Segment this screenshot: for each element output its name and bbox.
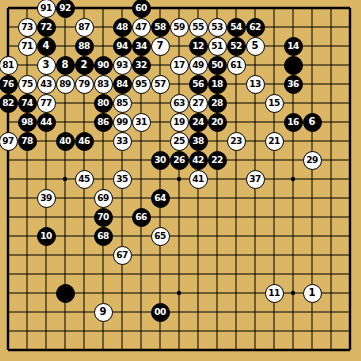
- stone-black-24[interactable]: 24: [189, 113, 208, 132]
- stone-black-20[interactable]: 20: [208, 113, 227, 132]
- stone-black-12[interactable]: 12: [189, 37, 208, 56]
- stone-white-97[interactable]: 97: [0, 132, 18, 151]
- move-number: 85: [116, 99, 128, 108]
- stone-white-67[interactable]: 67: [113, 246, 132, 265]
- stone-white-75[interactable]: 75: [18, 75, 37, 94]
- move-number: 39: [40, 194, 52, 203]
- stone-white-55[interactable]: 55: [189, 18, 208, 37]
- stone-black-80[interactable]: 80: [94, 94, 113, 113]
- stone-black-8[interactable]: 8: [56, 56, 75, 75]
- move-number: 77: [40, 99, 52, 108]
- stone-white-19[interactable]: 19: [170, 113, 189, 132]
- stone-black-22[interactable]: 22: [208, 151, 227, 170]
- stone-white-63[interactable]: 63: [170, 94, 189, 113]
- move-number: 74: [21, 99, 33, 108]
- move-number: 23: [230, 137, 242, 146]
- stone-black-28[interactable]: 28: [208, 94, 227, 113]
- move-number: 24: [192, 118, 204, 127]
- stone-black-86[interactable]: 86: [94, 113, 113, 132]
- stone-white-11[interactable]: 11: [265, 284, 284, 303]
- stone-black-78[interactable]: 78: [18, 132, 37, 151]
- move-number: 36: [287, 80, 299, 89]
- stone-white-99[interactable]: 99: [113, 113, 132, 132]
- move-number: 95: [135, 80, 147, 89]
- move-number: 8: [62, 60, 69, 70]
- stone-white-41[interactable]: 41: [189, 170, 208, 189]
- move-number: 32: [135, 61, 147, 70]
- stone-white-51[interactable]: 51: [208, 37, 227, 56]
- move-number: 43: [40, 80, 52, 89]
- move-number: 60: [135, 4, 147, 13]
- move-number: 34: [135, 42, 147, 51]
- stone-black-30[interactable]: 30: [151, 151, 170, 170]
- move-number: 90: [97, 61, 109, 70]
- move-number: 93: [116, 61, 128, 70]
- move-number: 12: [192, 42, 204, 51]
- stone-black-98[interactable]: 98: [18, 113, 37, 132]
- move-number: 15: [268, 99, 280, 108]
- stone-black-50[interactable]: 50: [208, 56, 227, 75]
- move-number: 22: [211, 156, 223, 165]
- move-number: 10: [40, 232, 52, 241]
- stone-white-69[interactable]: 69: [94, 189, 113, 208]
- move-number: 68: [97, 232, 109, 241]
- move-number: 69: [97, 194, 109, 203]
- go-board[interactable]: 9192607372874847585955535462714889434712…: [0, 0, 361, 361]
- stone-white-95[interactable]: 95: [132, 75, 151, 94]
- stone-white-49[interactable]: 49: [189, 56, 208, 75]
- move-number: 37: [249, 175, 261, 184]
- move-number: 99: [116, 118, 128, 127]
- move-number: 71: [21, 42, 33, 51]
- stone-black-4[interactable]: 4: [37, 37, 56, 56]
- move-number: 72: [40, 23, 52, 32]
- stone-white-3[interactable]: 3: [37, 56, 56, 75]
- move-number: 41: [192, 175, 204, 184]
- move-number: 35: [116, 175, 128, 184]
- move-number: 70: [97, 213, 109, 222]
- move-number: 21: [268, 137, 280, 146]
- move-number: 75: [21, 80, 33, 89]
- stone-black-18[interactable]: 18: [208, 75, 227, 94]
- move-number: 13: [249, 80, 261, 89]
- stone-white-89[interactable]: 89: [56, 75, 75, 94]
- move-number: 94: [116, 42, 128, 51]
- stone-white-33[interactable]: 33: [113, 132, 132, 151]
- stone-black-62[interactable]: 62: [246, 18, 265, 37]
- move-number: 92: [59, 4, 71, 13]
- stone-white-93[interactable]: 93: [113, 56, 132, 75]
- move-number: 2: [81, 60, 88, 70]
- stone-black-90[interactable]: 90: [94, 56, 113, 75]
- stone-white-77[interactable]: 77: [37, 94, 56, 113]
- move-number: 54: [230, 23, 242, 32]
- stone-black-68[interactable]: 68: [94, 227, 113, 246]
- stone-white-1[interactable]: 1: [303, 284, 322, 303]
- stone-black-60[interactable]: 60: [132, 0, 151, 18]
- stone-black-16[interactable]: 16: [284, 113, 303, 132]
- move-number: 31: [135, 118, 147, 127]
- move-number: 82: [2, 99, 14, 108]
- stone-white-23[interactable]: 23: [227, 132, 246, 151]
- move-number: 26: [173, 156, 185, 165]
- move-number: 5: [252, 41, 259, 51]
- stone-white-7[interactable]: 7: [151, 37, 170, 56]
- stone-white-85[interactable]: 85: [113, 94, 132, 113]
- move-number: 61: [230, 61, 242, 70]
- move-number: 00: [154, 308, 166, 317]
- stone-white-61[interactable]: 61: [227, 56, 246, 75]
- move-number: 91: [40, 4, 52, 13]
- move-number: 57: [154, 80, 166, 89]
- stone-black-74[interactable]: 74: [18, 94, 37, 113]
- stone-white-71[interactable]: 71: [18, 37, 37, 56]
- move-number: 65: [154, 232, 166, 241]
- move-number: 89: [59, 80, 71, 89]
- move-number: 11: [268, 289, 280, 298]
- move-number: 79: [78, 80, 90, 89]
- stone-black-52[interactable]: 52: [227, 37, 246, 56]
- move-number: 6: [309, 117, 316, 127]
- stone-black-76[interactable]: 76: [0, 75, 18, 94]
- stone-black-26[interactable]: 26: [170, 151, 189, 170]
- stone-black-handicap[interactable]: [56, 284, 75, 303]
- move-number: 38: [192, 137, 204, 146]
- stone-black-32[interactable]: 32: [132, 56, 151, 75]
- stone-black-40[interactable]: 40: [56, 132, 75, 151]
- stone-white-25[interactable]: 25: [170, 132, 189, 151]
- move-number: 62: [249, 23, 261, 32]
- move-number: 63: [173, 99, 185, 108]
- stone-white-37[interactable]: 37: [246, 170, 265, 189]
- move-number: 73: [21, 23, 33, 32]
- move-number: 56: [192, 80, 204, 89]
- stone-black-84[interactable]: 84: [113, 75, 132, 94]
- move-number: 51: [211, 42, 223, 51]
- move-number: 28: [211, 99, 223, 108]
- stone-white-17[interactable]: 17: [170, 56, 189, 75]
- move-number: 83: [97, 80, 109, 89]
- stone-white-87[interactable]: 87: [75, 18, 94, 37]
- stone-black-48[interactable]: 48: [113, 18, 132, 37]
- move-number: 7: [157, 41, 164, 51]
- stone-white-65[interactable]: 65: [151, 227, 170, 246]
- move-number: 80: [97, 99, 109, 108]
- stone-black-44[interactable]: 44: [37, 113, 56, 132]
- move-number: 25: [173, 137, 185, 146]
- stone-black-00[interactable]: 00: [151, 303, 170, 322]
- move-number: 58: [154, 23, 166, 32]
- move-number: 66: [135, 213, 147, 222]
- move-number: 78: [21, 137, 33, 146]
- move-number: 3: [43, 60, 50, 70]
- move-number: 44: [40, 118, 52, 127]
- move-number: 29: [306, 156, 318, 165]
- move-number: 17: [173, 61, 185, 70]
- move-number: 30: [154, 156, 166, 165]
- move-number: 81: [2, 61, 14, 70]
- stone-black-handicap[interactable]: [284, 56, 303, 75]
- move-number: 64: [154, 194, 166, 203]
- stone-white-53[interactable]: 53: [208, 18, 227, 37]
- stone-black-66[interactable]: 66: [132, 208, 151, 227]
- stone-white-81[interactable]: 81: [0, 56, 18, 75]
- stone-white-57[interactable]: 57: [151, 75, 170, 94]
- stone-black-6[interactable]: 6: [303, 113, 322, 132]
- stone-black-14[interactable]: 14: [284, 37, 303, 56]
- move-number: 59: [173, 23, 185, 32]
- stone-black-38[interactable]: 38: [189, 132, 208, 151]
- move-number: 33: [116, 137, 128, 146]
- stone-black-58[interactable]: 58: [151, 18, 170, 37]
- stone-black-70[interactable]: 70: [94, 208, 113, 227]
- stone-white-79[interactable]: 79: [75, 75, 94, 94]
- move-number: 4: [43, 41, 50, 51]
- move-number: 49: [192, 61, 204, 70]
- move-number: 40: [59, 137, 71, 146]
- stone-black-34[interactable]: 34: [132, 37, 151, 56]
- move-number: 14: [287, 42, 299, 51]
- stone-white-73[interactable]: 73: [18, 18, 37, 37]
- move-number: 52: [230, 42, 242, 51]
- stone-white-27[interactable]: 27: [189, 94, 208, 113]
- stone-black-54[interactable]: 54: [227, 18, 246, 37]
- stone-white-5[interactable]: 5: [246, 37, 265, 56]
- stone-white-47[interactable]: 47: [132, 18, 151, 37]
- stone-white-15[interactable]: 15: [265, 94, 284, 113]
- move-number: 19: [173, 118, 185, 127]
- stone-black-2[interactable]: 2: [75, 56, 94, 75]
- stone-black-56[interactable]: 56: [189, 75, 208, 94]
- stones-layer: 9192607372874847585955535462714889434712…: [0, 0, 360, 360]
- stone-white-59[interactable]: 59: [170, 18, 189, 37]
- move-number: 98: [21, 118, 33, 127]
- move-number: 84: [116, 80, 128, 89]
- stone-white-13[interactable]: 13: [246, 75, 265, 94]
- move-number: 97: [2, 137, 14, 146]
- move-number: 27: [192, 99, 204, 108]
- stone-white-83[interactable]: 83: [94, 75, 113, 94]
- stone-white-39[interactable]: 39: [37, 189, 56, 208]
- stone-black-64[interactable]: 64: [151, 189, 170, 208]
- move-number: 67: [116, 251, 128, 260]
- stone-black-72[interactable]: 72: [37, 18, 56, 37]
- stone-black-10[interactable]: 10: [37, 227, 56, 246]
- stone-black-92[interactable]: 92: [56, 0, 75, 18]
- move-number: 45: [78, 175, 90, 184]
- stone-black-46[interactable]: 46: [75, 132, 94, 151]
- stone-white-31[interactable]: 31: [132, 113, 151, 132]
- stone-white-29[interactable]: 29: [303, 151, 322, 170]
- stone-white-43[interactable]: 43: [37, 75, 56, 94]
- move-number: 76: [2, 80, 14, 89]
- move-number: 88: [78, 42, 90, 51]
- move-number: 46: [78, 137, 90, 146]
- move-number: 1: [309, 288, 316, 298]
- stone-white-45[interactable]: 45: [75, 170, 94, 189]
- stone-black-82[interactable]: 82: [0, 94, 18, 113]
- move-number: 16: [287, 118, 299, 127]
- move-number: 18: [211, 80, 223, 89]
- move-number: 42: [192, 156, 204, 165]
- move-number: 87: [78, 23, 90, 32]
- stone-black-94[interactable]: 94: [113, 37, 132, 56]
- move-number: 9: [100, 307, 107, 317]
- stone-white-9[interactable]: 9: [94, 303, 113, 322]
- move-number: 47: [135, 23, 147, 32]
- stone-white-35[interactable]: 35: [113, 170, 132, 189]
- stone-black-36[interactable]: 36: [284, 75, 303, 94]
- move-number: 20: [211, 118, 223, 127]
- stone-black-42[interactable]: 42: [189, 151, 208, 170]
- move-number: 53: [211, 23, 223, 32]
- stone-white-91[interactable]: 91: [37, 0, 56, 18]
- stone-white-21[interactable]: 21: [265, 132, 284, 151]
- move-number: 86: [97, 118, 109, 127]
- move-number: 50: [211, 61, 223, 70]
- move-number: 48: [116, 23, 128, 32]
- stone-black-88[interactable]: 88: [75, 37, 94, 56]
- move-number: 55: [192, 23, 204, 32]
